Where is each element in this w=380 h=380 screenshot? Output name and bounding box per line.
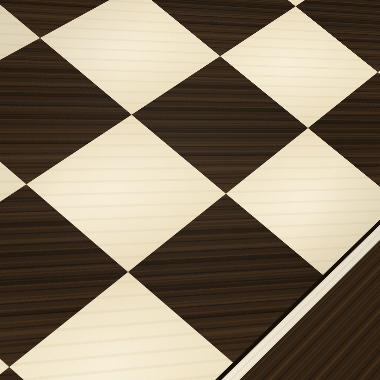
board-plane xyxy=(0,0,380,380)
chessboard-photo xyxy=(0,0,380,380)
